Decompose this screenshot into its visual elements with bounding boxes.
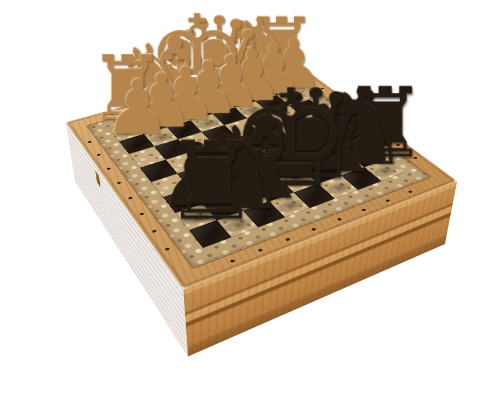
peg-hole: [311, 228, 316, 231]
peg-hole: [152, 229, 157, 233]
chess-box: ♜♞♝♚♛♝♞♜♟♟♟♟♟♟♟♟♟♟♟♟♟♟♟♟♜♞♝♚♛♝♞♜: [66, 60, 457, 289]
peg-hole: [258, 248, 264, 252]
peg-hole: [361, 208, 366, 211]
peg-hole: [165, 247, 170, 251]
peg-hole: [230, 259, 236, 263]
peg-hole: [385, 199, 390, 202]
peg-hole: [107, 167, 112, 170]
peg-hole: [408, 190, 413, 193]
peg-hole: [337, 218, 342, 221]
peg-hole: [285, 238, 291, 242]
peg-hole: [97, 154, 101, 157]
chess-set-product-photo: ♜♞♝♚♛♝♞♜♟♟♟♟♟♟♟♟♟♟♟♟♟♟♟♟♜♞♝♚♛♝♞♜: [0, 0, 500, 400]
peg-hole: [87, 141, 91, 144]
brass-latch: [95, 170, 100, 187]
piece-black-rook: ♜: [163, 127, 260, 235]
peg-hole: [117, 182, 122, 185]
peg-hole: [128, 197, 133, 200]
peg-hole: [139, 213, 144, 216]
